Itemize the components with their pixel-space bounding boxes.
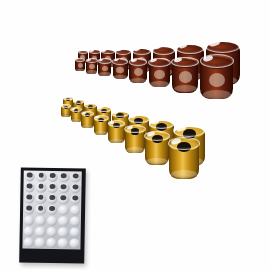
shot-glass-piece-gold	[144, 131, 170, 164]
glass-spark	[74, 99, 78, 102]
etched-piece-symbol	[98, 118, 104, 123]
tray-glass-with-symbol	[47, 183, 58, 193]
board-square	[88, 94, 104, 107]
etched-piece-symbol	[183, 58, 196, 70]
folded-board-square	[100, 212, 116, 224]
shot-glass-piece-dark	[129, 59, 148, 83]
board-square	[108, 79, 127, 92]
glass-rim	[200, 54, 234, 67]
board-square	[82, 74, 97, 85]
board-square	[94, 77, 111, 89]
etched-piece-symbol	[152, 135, 163, 143]
glass-rim	[73, 99, 84, 103]
glass-body	[133, 50, 151, 72]
etched-piece-symbol	[102, 66, 109, 72]
glass-rim	[89, 49, 101, 54]
glass-rim	[152, 46, 175, 55]
tray-slot	[46, 227, 57, 237]
glass-rim	[144, 131, 170, 141]
folded-board-square	[109, 214, 125, 226]
tray-slot	[69, 227, 80, 237]
glass-foot	[150, 81, 169, 87]
tray-slot	[58, 238, 69, 248]
shot-glass-piece-dark	[176, 44, 204, 81]
folded-board-square	[150, 203, 165, 214]
glass-foot	[176, 157, 203, 165]
shot-glass-piece-gold	[61, 104, 71, 117]
glass-spark	[87, 58, 91, 61]
glass-foot	[109, 139, 124, 144]
glass-spark	[171, 137, 181, 144]
glass-rim	[205, 39, 240, 53]
board-square	[156, 114, 187, 135]
shot-glass-piece-gold	[63, 97, 73, 110]
glass-body	[174, 129, 205, 166]
tray-slot	[24, 216, 35, 226]
etched-piece-symbol	[101, 109, 107, 114]
shot-glass-piece-dark	[132, 48, 151, 73]
glass-body	[86, 60, 97, 74]
folded-board-square	[122, 229, 138, 242]
glass-foot	[89, 62, 99, 65]
glass-surface	[113, 60, 127, 66]
folded-board-square	[166, 197, 181, 208]
board-square	[169, 78, 202, 96]
board-square	[91, 85, 107, 97]
etched-piece-symbol	[177, 142, 190, 151]
glass-foot	[208, 76, 238, 85]
glass-surface	[64, 97, 73, 101]
board-square	[127, 129, 152, 149]
folded-board-square	[125, 208, 141, 220]
glass-spark	[95, 115, 100, 118]
glass-foot	[64, 107, 72, 110]
glass-surface	[97, 107, 111, 112]
board-square	[182, 122, 220, 146]
glass-body	[112, 113, 129, 134]
board-square	[172, 147, 208, 173]
board-square	[110, 122, 131, 139]
folded-board-square	[93, 221, 109, 233]
tray-slot	[46, 238, 57, 248]
board-square	[65, 95, 77, 106]
etched-piece-symbol	[154, 70, 165, 79]
glass-spark	[78, 50, 81, 52]
glass-rim	[168, 137, 200, 149]
glass-foot	[87, 70, 97, 73]
etched-piece-symbol	[80, 55, 85, 59]
board-square	[63, 102, 75, 114]
glass-foot	[203, 90, 232, 99]
shot-glass-piece-dark	[205, 40, 240, 86]
glass-foot	[98, 122, 111, 126]
board-square	[105, 89, 124, 103]
tray-slot	[58, 227, 69, 237]
tray-slot	[58, 216, 69, 226]
glass-foot	[178, 72, 202, 79]
glass-surface	[74, 100, 84, 104]
tray-glass-with-symbol	[70, 183, 81, 193]
glass-body	[89, 51, 101, 65]
board-square	[192, 96, 232, 117]
tray-glass-with-symbol	[59, 172, 70, 182]
board-square	[76, 57, 89, 66]
board-square	[131, 62, 155, 75]
folded-board-square	[116, 205, 132, 216]
shot-glass-piece-dark	[75, 58, 85, 71]
glass-spark	[126, 125, 133, 130]
glass-rim	[171, 57, 199, 68]
storage-tray	[19, 167, 86, 263]
glass-body	[71, 109, 82, 122]
folded-board-square	[122, 197, 137, 208]
glass-spark	[109, 120, 115, 124]
glass-foot	[99, 72, 110, 76]
tray-slot	[58, 205, 69, 215]
glass-surface	[62, 105, 71, 109]
shot-glass-piece-gold	[81, 111, 94, 128]
etched-piece-symbol	[116, 67, 124, 74]
glass-spark	[203, 54, 214, 62]
board-square	[187, 109, 226, 132]
glass-rim	[98, 58, 112, 63]
etched-piece-symbol	[92, 56, 98, 61]
folded-board-square	[97, 201, 112, 212]
glass-rim	[63, 97, 73, 101]
etched-piece-symbol	[105, 56, 112, 62]
board-square	[102, 98, 121, 112]
glass-surface	[153, 47, 174, 55]
folded-board-square	[113, 194, 128, 205]
folded-board-square	[115, 238, 132, 251]
folded-board-square	[106, 203, 122, 214]
folded-board-square	[138, 222, 154, 234]
glass-rim	[115, 48, 131, 54]
glass-surface	[109, 121, 125, 127]
board-square	[60, 109, 72, 121]
etched-piece-symbol	[134, 68, 143, 76]
board-square	[83, 110, 98, 124]
glass-foot	[95, 131, 108, 135]
glass-foot	[82, 125, 93, 128]
glass-body	[84, 105, 97, 120]
glass-body	[63, 98, 73, 110]
glass-foot	[85, 116, 96, 119]
glass-rim	[97, 106, 112, 112]
etched-piece-symbol	[209, 73, 225, 87]
tray-slot	[47, 216, 58, 226]
glass-rim	[129, 58, 148, 65]
glass-body	[169, 142, 199, 179]
folded-board-square	[119, 217, 135, 229]
glass-foot	[74, 111, 84, 114]
glass-foot	[146, 158, 168, 165]
glass-rim	[94, 115, 109, 121]
board-square	[160, 102, 192, 122]
glass-rim	[86, 58, 98, 63]
shot-glass-piece-dark	[112, 59, 128, 80]
glass-spark	[98, 106, 103, 109]
board-square	[70, 114, 83, 127]
folded-board-square	[104, 192, 119, 203]
shot-glass-piece-dark	[86, 58, 98, 73]
glass-spark	[151, 119, 159, 125]
tray-slot	[35, 238, 46, 248]
glass-spark	[113, 110, 119, 114]
board-square	[120, 92, 142, 107]
glass-rim	[112, 58, 128, 64]
tray-slot	[35, 216, 46, 226]
glass-surface	[207, 42, 239, 54]
etched-piece-symbol	[156, 123, 167, 131]
glass-surface	[129, 116, 148, 123]
folded-board-square	[103, 224, 119, 236]
board-square	[72, 72, 85, 82]
glass-rim	[70, 107, 81, 111]
shot-glass-piece-dark	[148, 58, 171, 87]
folded-board-square	[91, 210, 107, 221]
glass-spark	[114, 58, 119, 61]
shot-glass-piece-dark	[78, 50, 89, 64]
glass-spark	[76, 58, 79, 60]
board-square	[72, 106, 86, 119]
folded-board-square	[105, 236, 122, 249]
etched-piece-symbol	[89, 64, 95, 69]
board-square	[67, 87, 79, 98]
glass-surface	[150, 121, 173, 130]
glass-rim	[84, 103, 97, 108]
folded-board-square	[96, 233, 113, 246]
glass-surface	[76, 59, 85, 63]
tray-glass-with-symbol	[47, 172, 58, 182]
etched-piece-symbol	[158, 58, 169, 68]
glass-body	[61, 106, 71, 118]
glass-body	[113, 61, 128, 79]
tray-glass-with-symbol	[58, 194, 69, 204]
glass-spark	[150, 58, 157, 63]
board-square	[165, 91, 198, 110]
shot-glass-piece-dark	[171, 57, 199, 93]
glass-spark	[154, 46, 161, 51]
glass-rim	[149, 119, 175, 129]
board-square	[87, 58, 102, 68]
board-square	[86, 102, 102, 115]
etched-piece-symbol	[120, 57, 128, 64]
glass-spark	[82, 111, 86, 114]
glass-surface	[116, 50, 131, 56]
tray-slot	[24, 227, 35, 237]
board-square	[99, 107, 117, 122]
glass-rim	[148, 58, 171, 67]
folded-board-square	[84, 219, 100, 231]
board-square	[148, 137, 178, 159]
glass-spark	[130, 58, 136, 62]
glass-body	[177, 48, 204, 81]
glass-surface	[133, 49, 150, 56]
glass-surface	[71, 108, 81, 112]
glass-body	[200, 60, 233, 100]
tray-glass-with-symbol	[36, 194, 47, 204]
glass-spark	[208, 39, 219, 47]
tray-slot	[69, 238, 80, 248]
glass-foot	[76, 69, 85, 72]
shot-glass-piece-gold	[173, 125, 205, 167]
tray-slot	[23, 237, 34, 247]
glass-foot	[113, 75, 126, 79]
folded-board-square	[135, 210, 151, 222]
glass-body	[149, 123, 174, 153]
glass-foot	[130, 137, 148, 143]
glass-foot	[126, 147, 144, 153]
board-square	[143, 148, 172, 171]
glass-rim	[124, 125, 145, 133]
glass-body	[172, 61, 198, 93]
glass-rim	[176, 43, 204, 54]
board-square	[124, 139, 148, 159]
glass-surface	[146, 133, 169, 142]
glass-body	[125, 128, 145, 153]
glass-body	[75, 59, 85, 71]
glass-surface	[202, 57, 233, 69]
glass-foot	[134, 67, 150, 72]
glass-body	[129, 118, 149, 143]
board-square	[85, 66, 100, 76]
etched-piece-symbol	[179, 71, 192, 82]
folded-board-square	[132, 231, 148, 244]
glass-rim	[78, 50, 89, 54]
board-square	[124, 82, 147, 97]
board-square	[97, 68, 114, 79]
folded-board-square	[137, 190, 152, 201]
glass-rim	[128, 114, 149, 122]
shot-glass-piece-gold	[128, 115, 149, 143]
board-square	[127, 72, 150, 86]
glass-body	[97, 109, 112, 127]
board-square	[75, 98, 89, 110]
folded-board-square	[144, 212, 160, 224]
glass-foot	[151, 146, 173, 153]
glass-body	[101, 51, 114, 67]
tray-glass-with-symbol	[59, 183, 70, 193]
tray-glass-with-symbol	[25, 172, 36, 182]
glass-body	[108, 123, 125, 144]
glass-rim	[61, 104, 71, 108]
folded-board-square	[148, 224, 164, 237]
glass-foot	[174, 85, 197, 92]
glass-spark	[90, 49, 94, 52]
board-square	[117, 102, 139, 118]
etched-piece-symbol	[137, 57, 146, 65]
board-square	[69, 80, 82, 91]
board-square	[80, 119, 95, 133]
glass-surface	[102, 50, 114, 55]
etched-piece-symbol	[134, 118, 143, 124]
shot-glass-piece-gold	[168, 138, 200, 179]
etched-piece-symbol	[66, 98, 70, 101]
glass-spark	[174, 57, 183, 63]
shot-glass-piece-gold	[73, 100, 84, 115]
glass-rim	[101, 49, 115, 54]
shot-glass-piece-dark	[101, 49, 115, 67]
glass-surface	[173, 59, 198, 69]
shot-glass-piece-dark	[200, 55, 234, 100]
glass-body	[116, 51, 131, 70]
folded-board-square	[160, 206, 175, 218]
glass-foot	[130, 78, 146, 83]
folded-board-square	[112, 226, 128, 238]
glass-body	[145, 135, 170, 165]
board-square	[131, 118, 156, 137]
folded-board-square	[101, 182, 116, 192]
shot-glass-piece-gold	[111, 110, 129, 133]
etched-piece-symbol	[78, 63, 83, 67]
tray-slot	[35, 227, 46, 237]
etched-piece-symbol	[88, 105, 93, 109]
etched-piece-symbol	[116, 113, 124, 118]
tray-glass-with-symbol	[24, 183, 35, 193]
board-square	[96, 116, 114, 131]
shot-glass-piece-gold	[124, 125, 145, 153]
etched-piece-symbol	[131, 128, 140, 134]
glass-rim	[132, 47, 151, 54]
glass-body	[98, 60, 111, 76]
glass-surface	[149, 59, 169, 67]
board-square	[146, 75, 174, 90]
glass-foot	[117, 65, 131, 69]
glass-surface	[177, 45, 202, 55]
glass-surface	[82, 112, 94, 117]
folded-board-square	[154, 215, 170, 227]
glass-surface	[94, 116, 108, 121]
glass-surface	[89, 50, 100, 54]
folded-board-square	[136, 244, 153, 258]
shot-glass-piece-gold	[84, 103, 97, 120]
tray-glass-with-symbol	[70, 194, 81, 204]
tray-glass-with-symbol	[47, 194, 58, 204]
folded-board-square	[86, 230, 102, 243]
glass-spark	[99, 58, 103, 61]
shot-glass-piece-dark	[98, 59, 112, 77]
tray-glass-with-symbol	[35, 205, 46, 215]
glass-foot	[171, 170, 198, 178]
glass-body	[206, 45, 240, 86]
glass-spark	[102, 49, 107, 52]
glass-body	[153, 49, 175, 76]
glass-surface	[99, 59, 111, 64]
glass-spark	[64, 97, 67, 99]
glass-surface	[125, 127, 144, 134]
glass-spark	[85, 103, 89, 106]
folded-board-square	[110, 184, 125, 194]
glass-surface	[85, 104, 97, 109]
product-photo	[0, 0, 270, 270]
board-square	[142, 86, 169, 102]
shot-glass-piece-gold	[149, 120, 175, 154]
glass-rim	[108, 120, 126, 127]
glass-body	[94, 118, 109, 136]
shot-glass-piece-gold	[70, 108, 81, 123]
board-square	[203, 69, 246, 88]
tray-glass-with-symbol	[47, 205, 58, 215]
board-square	[111, 70, 131, 83]
glass-body	[78, 51, 88, 63]
board-square	[74, 65, 87, 75]
tray-glass-with-symbol	[24, 205, 35, 215]
shot-glass-piece-gold	[108, 120, 126, 143]
glass-foot	[62, 115, 70, 118]
glass-rim	[75, 58, 85, 62]
board-square	[114, 60, 134, 72]
